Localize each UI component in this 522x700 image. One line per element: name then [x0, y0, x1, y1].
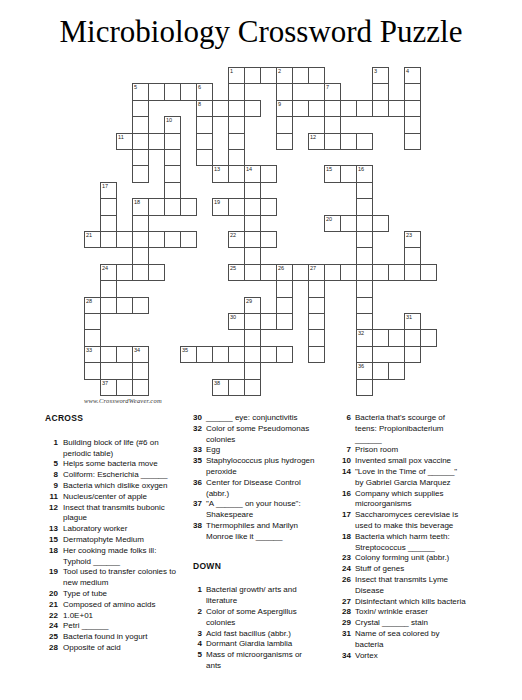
clue-text: ______ eye: conjunctivitis [206, 413, 318, 424]
clue-number: 2 [186, 607, 202, 618]
clue: 16 Company which supplies microorganisms [335, 489, 485, 511]
grid-cell[interactable]: 9 [276, 100, 293, 117]
grid-cell[interactable] [340, 264, 357, 281]
grid-cell[interactable]: 21 [84, 231, 101, 248]
grid-cell[interactable] [100, 297, 117, 314]
grid-cell[interactable] [404, 133, 421, 150]
cell-number: 7 [326, 84, 329, 91]
grid-cell[interactable] [116, 379, 133, 396]
grid-cell[interactable]: 7 [324, 83, 341, 100]
grid-cell[interactable] [276, 83, 293, 100]
clue-text: Thermophiles and Marilyn Monroe like it … [206, 521, 318, 543]
grid-cell[interactable] [340, 165, 357, 182]
clue-text: Bacteria that's scourge of teens: Propio… [355, 413, 467, 445]
grid-cell[interactable] [244, 198, 261, 215]
grid-cell[interactable] [260, 264, 277, 281]
grid-cell[interactable] [324, 264, 341, 281]
cell-number: 16 [358, 166, 364, 173]
grid-cell[interactable] [132, 247, 149, 264]
clue-number: 9 [38, 481, 58, 492]
cell-number: 35 [182, 347, 188, 354]
grid-cell[interactable] [132, 264, 149, 281]
grid-cell[interactable] [180, 198, 197, 215]
grid-cell[interactable] [244, 100, 261, 117]
grid-cell[interactable] [148, 133, 165, 150]
grid-cell[interactable] [308, 100, 325, 117]
clue-text: 1.0E+01 [63, 611, 179, 622]
clue-text: Invented small pox vaccine [355, 456, 467, 467]
grid-cell[interactable] [196, 346, 213, 363]
grid-cell[interactable] [84, 313, 101, 330]
clue: 35 Staphylococcus plus hydrogen peroxide [186, 456, 336, 478]
clue-text: Color of some Aspergillus colonies [206, 607, 318, 629]
clue-number: 1 [38, 438, 58, 449]
grid-cell[interactable] [404, 247, 421, 264]
grid-cell[interactable] [308, 313, 325, 330]
grid-cell[interactable]: 17 [100, 182, 117, 199]
grid-cell[interactable]: 32 [356, 329, 373, 346]
grid-cell[interactable] [356, 100, 373, 117]
grid-cell[interactable] [404, 116, 421, 133]
grid-cell[interactable] [228, 379, 245, 396]
cell-number: 19 [214, 199, 220, 206]
cell-number: 23 [406, 232, 412, 239]
clue: 6 Bacteria that's scourge of teens: Prop… [335, 413, 485, 445]
grid-cell[interactable] [356, 182, 373, 199]
grid-cell[interactable] [100, 346, 117, 363]
grid-cell[interactable] [164, 165, 181, 182]
clue: 9 Bacteria which dislike oxygen [38, 481, 188, 492]
down-header: DOWN [193, 561, 336, 572]
grid-cell[interactable] [196, 133, 213, 150]
clue-text: Bacteria found in yogurt [63, 632, 179, 643]
clue: 15 Dermatophyte Medium [38, 535, 188, 546]
clue-text: Insect that transmits bubonic plague [63, 503, 179, 525]
across-clues-part1: 1 Building block of life (#6 on periodic… [38, 438, 188, 654]
grid-cell[interactable] [244, 264, 261, 281]
grid-cell[interactable]: 1 [228, 67, 245, 84]
clue-number: 12 [38, 503, 58, 514]
clue-text: Egg [206, 445, 318, 456]
clue-text: Laboratory worker [63, 524, 179, 535]
grid-cell[interactable] [276, 280, 293, 297]
cell-number: 26 [278, 265, 284, 272]
grid-cell[interactable] [260, 165, 277, 182]
grid-cell[interactable] [308, 280, 325, 297]
grid-cell[interactable]: 25 [228, 264, 245, 281]
clue-number: 36 [186, 478, 202, 489]
clue: 21 Composed of amino acids [38, 600, 188, 611]
grid-cell[interactable] [100, 231, 117, 248]
cell-number: 3 [374, 68, 377, 75]
grid-cell[interactable]: 26 [276, 264, 293, 281]
grid-cell[interactable] [356, 379, 373, 396]
grid-cell[interactable] [292, 67, 309, 84]
clue-number: 32 [186, 424, 202, 435]
clue-text: Bacteria which harm teeth: Streptococcus… [355, 532, 467, 554]
grid-cell[interactable] [356, 280, 373, 297]
grid-cell[interactable] [148, 231, 165, 248]
clue: 18 Her cooking made folks ill: Typhoid _… [38, 546, 188, 568]
grid-cell[interactable] [244, 247, 261, 264]
cell-number: 8 [198, 101, 201, 108]
grid-cell[interactable]: 13 [212, 165, 229, 182]
grid-cell[interactable]: 5 [132, 83, 149, 100]
grid-cell[interactable] [260, 313, 277, 330]
clue: 11 Nucleus/center of apple [38, 492, 188, 503]
clue-number: 33 [186, 445, 202, 456]
clue: 13 Laboratory worker [38, 524, 188, 535]
grid-cell[interactable] [340, 215, 357, 232]
grid-cell[interactable] [340, 100, 357, 117]
clue-number: 24 [38, 621, 58, 632]
grid-cell[interactable] [372, 362, 389, 379]
grid-cell[interactable] [228, 198, 245, 215]
clue-text: Staphylococcus plus hydrogen peroxide [206, 456, 318, 478]
clue: 33 Egg [186, 445, 336, 456]
grid-cell[interactable] [356, 313, 373, 330]
grid-cell[interactable]: 19 [212, 198, 229, 215]
clue: 22 1.0E+01 [38, 611, 188, 622]
grid-cell[interactable] [164, 231, 181, 248]
grid-cell[interactable] [308, 67, 325, 84]
grid-cell[interactable] [228, 116, 245, 133]
grid-cell[interactable] [244, 329, 261, 346]
clue: 34 Vortex [335, 651, 485, 662]
cell-number: 24 [102, 265, 108, 272]
grid-cell[interactable] [164, 83, 181, 100]
grid-cell[interactable]: 29 [244, 297, 261, 314]
clue: 14 "Love in the Time of ______" by Gabri… [335, 467, 485, 489]
grid-cell[interactable]: 10 [164, 116, 181, 133]
grid-cell[interactable] [356, 231, 373, 248]
clue: 25 Bacteria found in yogurt [38, 632, 188, 643]
grid-cell[interactable] [260, 198, 277, 215]
clue: 26 Insect that transmits Lyme Disease [335, 575, 485, 597]
cell-number: 9 [278, 101, 281, 108]
grid-cell[interactable] [276, 313, 293, 330]
clue: 1 Bacterial growth/ arts and literature [186, 585, 336, 607]
clue: 27 Disinfectant which kills bacteria [335, 597, 485, 608]
grid-cell[interactable] [404, 264, 421, 281]
clue-text: Tool used to transfer colonies to new me… [63, 567, 179, 589]
clue-text: Saccharomyces cerevisiae is used to make… [355, 510, 467, 532]
grid-cell[interactable] [324, 116, 341, 133]
grid-cell[interactable] [132, 231, 149, 248]
clue-number: 38 [186, 521, 202, 532]
grid-cell[interactable] [276, 346, 293, 363]
cell-number: 29 [246, 298, 252, 305]
clue-text: Acid fast bacillus (abbr.) [206, 629, 318, 640]
grid-cell[interactable] [196, 116, 213, 133]
grid-cell[interactable] [276, 116, 293, 133]
grid-cell[interactable] [308, 297, 325, 314]
grid-cell[interactable] [292, 264, 309, 281]
grid-cell[interactable] [132, 116, 149, 133]
clue-text: Disinfectant which kills bacteria [355, 597, 467, 608]
clue-number: 15 [38, 535, 58, 546]
cell-number: 6 [198, 84, 201, 91]
grid-cell[interactable] [244, 362, 261, 379]
grid-cell[interactable] [404, 346, 421, 363]
clue-text: Center for Disease Control (abbr.) [206, 478, 318, 500]
clue: 23 Colony forming unit (abbr.) [335, 553, 485, 564]
grid-cell[interactable] [356, 346, 373, 363]
clue-number: 1 [186, 585, 202, 596]
grid-cell[interactable] [132, 133, 149, 150]
grid-cell[interactable] [84, 329, 101, 346]
grid-cell[interactable] [340, 133, 357, 150]
grid-cell[interactable]: 6 [196, 83, 213, 100]
grid-cell[interactable] [356, 264, 373, 281]
clue-text: Opposite of acid [63, 643, 179, 654]
clue-text: Crystal ______ stain [355, 618, 467, 629]
grid-cell[interactable] [260, 231, 277, 248]
grid-cell[interactable] [148, 198, 165, 215]
grid-cell[interactable] [308, 329, 325, 346]
grid-cell[interactable]: 16 [356, 165, 373, 182]
clue-number: 24 [335, 564, 351, 575]
grid-cell[interactable] [228, 149, 245, 166]
clue-text: Dormant Giardia lamblia [206, 639, 318, 650]
grid-cell[interactable] [356, 198, 373, 215]
grid-cell[interactable] [100, 198, 117, 215]
across-clues-part2: 30 ______ eye: conjunctivitis 32 Color o… [186, 413, 336, 543]
clue-number: 21 [38, 600, 58, 611]
clue-text: Petri ______ [63, 621, 179, 632]
grid-cell[interactable]: 36 [356, 362, 373, 379]
clue-number: 28 [38, 643, 58, 654]
clue-number: 28 [335, 607, 351, 618]
grid-cell[interactable] [228, 346, 245, 363]
grid-cell[interactable]: 8 [196, 100, 213, 117]
grid-cell[interactable] [404, 100, 421, 117]
grid-cell[interactable] [420, 329, 437, 346]
cell-number: 20 [326, 216, 332, 223]
grid-cell[interactable] [324, 100, 341, 117]
grid-cell[interactable] [372, 100, 389, 117]
clue: 7 Prison room [335, 445, 485, 456]
clue-number: 29 [335, 618, 351, 629]
grid-cell[interactable] [132, 362, 149, 379]
grid-cell[interactable] [196, 149, 213, 166]
grid-cell[interactable] [212, 346, 229, 363]
grid-cell[interactable]: 12 [308, 133, 325, 150]
cell-number: 28 [86, 298, 92, 305]
grid-cell[interactable] [244, 215, 261, 232]
grid-cell[interactable] [356, 297, 373, 314]
clue: 5 Helps some bacteria move [38, 459, 188, 470]
clue-text: Name of sea colored by bacteria [355, 629, 467, 651]
grid-cell[interactable]: 23 [404, 231, 421, 248]
grid-cell[interactable] [132, 100, 149, 117]
grid-cell[interactable] [228, 83, 245, 100]
grid-cell[interactable]: 34 [132, 346, 149, 363]
grid-cell[interactable] [228, 133, 245, 150]
cell-number: 2 [278, 68, 281, 75]
cell-number: 32 [358, 330, 364, 337]
clue: 17 Saccharomyces cerevisiae is used to m… [335, 510, 485, 532]
grid-cell[interactable] [116, 231, 133, 248]
grid-cell[interactable]: 2 [276, 67, 293, 84]
clue: 20 Type of tube [38, 589, 188, 600]
clue-number: 17 [335, 510, 351, 521]
grid-cell[interactable] [132, 215, 149, 232]
grid-cell[interactable] [100, 280, 117, 297]
grid-cell[interactable] [260, 346, 277, 363]
clue: 28 Toxin/ wrinkle eraser [335, 607, 485, 618]
grid-cell[interactable] [228, 165, 245, 182]
clue: 36 Center for Disease Control (abbr.) [186, 478, 336, 500]
cell-number: 5 [134, 84, 137, 91]
grid-cell[interactable]: 20 [324, 215, 341, 232]
cell-number: 25 [230, 265, 236, 272]
grid-cell[interactable] [180, 83, 197, 100]
grid-cell[interactable]: 27 [308, 264, 325, 281]
grid-cell[interactable]: 15 [324, 165, 341, 182]
grid-cell[interactable] [148, 264, 165, 281]
grid-cell[interactable] [324, 133, 341, 150]
grid-cell[interactable] [164, 182, 181, 199]
clue-number: 10 [335, 456, 351, 467]
clue-column-2: 30 ______ eye: conjunctivitis 32 Color o… [186, 413, 336, 672]
grid-cell[interactable] [132, 379, 149, 396]
clue-text: Bacteria which dislike oxygen [63, 481, 179, 492]
crossword-page: Microbiology Crossword Puzzle 1234567891… [0, 0, 522, 700]
cell-number: 15 [326, 166, 332, 173]
clue-number: 16 [335, 489, 351, 500]
grid-cell[interactable]: 33 [84, 346, 101, 363]
grid-cell[interactable]: 11 [116, 133, 133, 150]
down-clues-part1: 1 Bacterial growth/ arts and literature … [186, 585, 336, 671]
clue-text: Vortex [355, 651, 467, 662]
grid-cell[interactable] [164, 133, 181, 150]
grid-cell[interactable] [244, 346, 261, 363]
clue: 5 Mass of microorganisms or ants [186, 650, 336, 672]
grid-cell[interactable] [276, 133, 293, 150]
grid-cell[interactable] [388, 362, 405, 379]
clue-number: 3 [186, 629, 202, 640]
clue-number: 25 [38, 632, 58, 643]
grid-cell[interactable] [388, 329, 405, 346]
grid-cell[interactable] [356, 247, 373, 264]
grid-cell[interactable] [244, 67, 261, 84]
grid-cell[interactable] [116, 297, 133, 314]
cell-number: 38 [214, 380, 220, 387]
cell-number: 10 [166, 117, 172, 124]
grid-cell[interactable] [388, 100, 405, 117]
clue-number: 23 [335, 553, 351, 564]
clue-text: Coliform: Escherichia ______ [63, 470, 179, 481]
grid-cell[interactable] [132, 165, 149, 182]
grid-cell[interactable] [308, 346, 325, 363]
clue-text: "A ______ on your house": Shakespeare [206, 499, 318, 521]
cell-number: 13 [214, 166, 220, 173]
grid-cell[interactable] [260, 67, 277, 84]
cell-number: 27 [310, 265, 316, 272]
grid-cell[interactable]: 4 [404, 67, 421, 84]
grid-cell[interactable] [228, 100, 245, 117]
clue-number: 7 [335, 445, 351, 456]
grid-cell[interactable]: 31 [404, 313, 421, 330]
grid-cell[interactable]: 30 [228, 313, 245, 330]
clue-number: 26 [335, 575, 351, 586]
clue-text: Insect that transmits Lyme Disease [355, 575, 467, 597]
grid-cell[interactable] [244, 379, 261, 396]
clue-number: 22 [38, 611, 58, 622]
grid-cell[interactable] [420, 264, 437, 281]
grid-cell[interactable] [372, 215, 389, 232]
cell-number: 11 [118, 134, 124, 141]
grid-cell[interactable] [132, 149, 149, 166]
clue-number: 35 [186, 456, 202, 467]
watermark: www.CrosswordWeaver.com [84, 397, 162, 404]
cell-number: 30 [230, 314, 236, 321]
clue: 1 Building block of life (#6 on periodic… [38, 438, 188, 460]
grid-cell[interactable] [132, 297, 149, 314]
grid-cell[interactable] [212, 100, 229, 117]
grid-cell[interactable] [388, 264, 405, 281]
grid-cell[interactable] [116, 346, 133, 363]
grid-cell[interactable]: 28 [84, 297, 101, 314]
clue-number: 4 [186, 639, 202, 650]
grid-cell[interactable] [244, 313, 261, 330]
clue-text: Composed of amino acids [63, 600, 179, 611]
grid-cell[interactable] [84, 362, 101, 379]
grid-cell[interactable] [244, 182, 261, 199]
grid-cell[interactable]: 24 [100, 264, 117, 281]
grid-cell[interactable] [404, 83, 421, 100]
crossword-grid: 1234567891011121314151617181920212223242… [84, 67, 438, 397]
clue-number: 6 [335, 413, 351, 424]
grid-cell[interactable] [372, 264, 389, 281]
clue-text: "Love in the Time of ______" by Gabriel … [355, 467, 467, 489]
grid-cell[interactable] [164, 198, 181, 215]
clue: 31 Name of sea colored by bacteria [335, 629, 485, 651]
clue-number: 34 [335, 651, 351, 662]
clue: 4 Dormant Giardia lamblia [186, 639, 336, 650]
clue-text: Toxin/ wrinkle eraser [355, 607, 467, 618]
grid-cell[interactable]: 37 [100, 379, 117, 396]
grid-cell[interactable] [276, 297, 293, 314]
cell-number: 21 [86, 232, 92, 239]
clue: 19 Tool used to transfer colonies to new… [38, 567, 188, 589]
grid-cell[interactable] [356, 215, 373, 232]
grid-cell[interactable] [244, 231, 261, 248]
grid-cell[interactable] [100, 215, 117, 232]
grid-cell[interactable] [292, 100, 309, 117]
grid-cell[interactable] [404, 329, 421, 346]
grid-cell[interactable] [148, 83, 165, 100]
grid-cell[interactable] [372, 83, 389, 100]
clue-number: 30 [186, 413, 202, 424]
grid-cell[interactable]: 18 [132, 198, 149, 215]
grid-cell[interactable]: 35 [180, 346, 197, 363]
grid-cell[interactable] [356, 133, 373, 150]
grid-cell[interactable]: 3 [372, 67, 389, 84]
grid-cell[interactable]: 38 [212, 379, 229, 396]
clue-text: Color of some Pseudomonas colonies [206, 424, 318, 446]
cell-number: 18 [134, 199, 140, 206]
clue-text: Company which supplies microorganisms [355, 489, 467, 511]
grid-cell[interactable] [372, 329, 389, 346]
grid-cell[interactable] [116, 264, 133, 281]
grid-cell[interactable] [164, 149, 181, 166]
grid-cell[interactable] [180, 231, 197, 248]
grid-cell[interactable]: 22 [228, 231, 245, 248]
grid-cell[interactable]: 14 [244, 165, 261, 182]
clue-text: Mass of microorganisms or ants [206, 650, 318, 672]
